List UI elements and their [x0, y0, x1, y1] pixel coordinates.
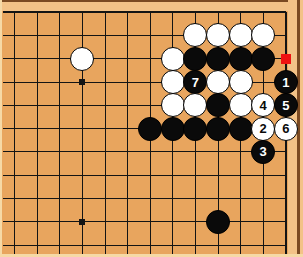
board-intersection [116, 117, 139, 140]
white-stone [70, 47, 94, 71]
board-intersection [229, 187, 252, 210]
board-intersection [252, 47, 275, 70]
board-intersection [162, 187, 185, 210]
board-intersection [3, 70, 26, 93]
move-number-label: 7 [192, 76, 199, 89]
black-stone [161, 117, 185, 141]
white-stone-move-4: 4 [251, 93, 275, 117]
black-stone [183, 47, 207, 71]
board-intersection [162, 70, 185, 93]
board-intersection [26, 164, 49, 187]
white-stone [161, 47, 185, 71]
move-number-label: 1 [282, 76, 289, 89]
black-stone [206, 47, 230, 71]
board-intersection [26, 187, 49, 210]
board-intersection [252, 24, 275, 47]
white-stone [206, 23, 230, 47]
board-intersection [94, 94, 117, 117]
board-intersection [49, 24, 72, 47]
board-intersection [49, 70, 72, 93]
board-frame-right-outer [300, 0, 303, 257]
board-intersection [71, 47, 94, 70]
board-intersection [3, 140, 26, 163]
board-intersection [71, 140, 94, 163]
board-intersection: 1 [275, 70, 298, 93]
black-stone [229, 117, 253, 141]
go-diagram: 7145263 [0, 0, 303, 257]
board-intersection [49, 117, 72, 140]
board-intersection [184, 47, 207, 70]
board-intersection [275, 140, 298, 163]
board-intersection [49, 94, 72, 117]
board-intersection [94, 140, 117, 163]
board-intersection [229, 117, 252, 140]
board-intersection [162, 210, 185, 233]
board-intersection [207, 47, 230, 70]
board-intersection [275, 47, 298, 70]
board-intersection [139, 94, 162, 117]
board-intersection [207, 164, 230, 187]
board-intersection: 2 [252, 117, 275, 140]
white-stone [229, 93, 253, 117]
board-intersection [49, 210, 72, 233]
board-intersection [49, 47, 72, 70]
board-intersection [229, 1, 252, 24]
board-intersection [26, 210, 49, 233]
move-number-label: 3 [260, 145, 267, 158]
board-intersection [207, 187, 230, 210]
board-intersection [94, 70, 117, 93]
board-intersection [139, 210, 162, 233]
white-stone [251, 23, 275, 47]
board-intersection [26, 47, 49, 70]
black-stone [206, 93, 230, 117]
star-point [79, 219, 85, 225]
board-intersection [71, 164, 94, 187]
board-intersection: 6 [275, 117, 298, 140]
black-stone [229, 47, 253, 71]
board-intersection [207, 1, 230, 24]
black-stone-move-7: 7 [183, 70, 207, 94]
board-intersection [184, 187, 207, 210]
board-intersection [252, 164, 275, 187]
board-intersection [139, 164, 162, 187]
board-intersection [71, 70, 94, 93]
board-intersection [94, 117, 117, 140]
board-intersection [184, 1, 207, 24]
board-intersection [207, 70, 230, 93]
board-intersection [26, 1, 49, 24]
board-intersection [252, 1, 275, 24]
board-intersection [26, 94, 49, 117]
board-intersection [3, 94, 26, 117]
board-intersection [207, 24, 230, 47]
board-intersection [162, 47, 185, 70]
black-stone [251, 47, 275, 71]
board-intersection [71, 187, 94, 210]
board-intersection [207, 117, 230, 140]
move-number-label: 5 [282, 99, 289, 112]
board-intersection [139, 70, 162, 93]
image-edge-left [0, 0, 2, 257]
board-intersection [139, 140, 162, 163]
board-intersection [162, 140, 185, 163]
black-stone [138, 117, 162, 141]
white-stone [161, 93, 185, 117]
black-stone [183, 117, 207, 141]
board-intersection [94, 210, 117, 233]
board-intersection [184, 24, 207, 47]
board-intersection [116, 94, 139, 117]
board-intersection [26, 117, 49, 140]
board-intersection [3, 187, 26, 210]
board-intersection [71, 24, 94, 47]
board-intersection [275, 24, 298, 47]
go-board-grid: 7145263 [3, 1, 297, 257]
board-intersection [116, 1, 139, 24]
board-intersection [94, 24, 117, 47]
board-intersection [49, 187, 72, 210]
white-stone [206, 70, 230, 94]
board-intersection [229, 140, 252, 163]
board-intersection [71, 94, 94, 117]
board-intersection [94, 187, 117, 210]
board-intersection [229, 47, 252, 70]
board-intersection [71, 210, 94, 233]
black-stone [206, 210, 230, 234]
board-intersection [94, 164, 117, 187]
board-intersection [162, 24, 185, 47]
board-intersection [229, 94, 252, 117]
board-intersection [116, 164, 139, 187]
board-intersection [3, 1, 26, 24]
board-intersection: 7 [184, 70, 207, 93]
board-intersection [229, 24, 252, 47]
board-intersection [162, 94, 185, 117]
board-intersection [275, 210, 298, 233]
board-intersection [3, 24, 26, 47]
white-stone-move-2: 2 [251, 117, 275, 141]
board-intersection [139, 24, 162, 47]
board-intersection [49, 140, 72, 163]
board-intersection [94, 47, 117, 70]
board-intersection [3, 117, 26, 140]
move-number-label: 2 [260, 122, 267, 135]
white-stone-move-6: 6 [274, 117, 298, 141]
board-intersection [26, 70, 49, 93]
board-intersection [184, 140, 207, 163]
board-intersection: 4 [252, 94, 275, 117]
board-intersection [207, 210, 230, 233]
board-intersection [162, 1, 185, 24]
board-intersection [3, 47, 26, 70]
board-intersection [139, 117, 162, 140]
board-intersection [116, 70, 139, 93]
red-square-marker [281, 54, 291, 64]
board-intersection [229, 164, 252, 187]
board-intersection [116, 47, 139, 70]
board-intersection [139, 47, 162, 70]
board-intersection [207, 140, 230, 163]
board-intersection [49, 1, 72, 24]
board-intersection: 3 [252, 140, 275, 163]
move-number-label: 4 [260, 99, 267, 112]
board-intersection [207, 94, 230, 117]
board-intersection [3, 210, 26, 233]
board-intersection [229, 70, 252, 93]
black-stone-move-1: 1 [274, 70, 298, 94]
board-intersection [184, 117, 207, 140]
board-intersection [26, 140, 49, 163]
white-stone [183, 93, 207, 117]
board-intersection [94, 1, 117, 24]
white-stone [229, 70, 253, 94]
board-intersection [252, 210, 275, 233]
board-intersection [139, 187, 162, 210]
board-intersection [116, 187, 139, 210]
board-intersection [116, 210, 139, 233]
white-stone [229, 23, 253, 47]
board-intersection [139, 1, 162, 24]
board-intersection [71, 117, 94, 140]
star-point [79, 79, 85, 85]
board-intersection [252, 187, 275, 210]
board-intersection [116, 24, 139, 47]
board-intersection: 5 [275, 94, 298, 117]
black-stone-move-5: 5 [274, 93, 298, 117]
white-stone [161, 70, 185, 94]
board-intersection [162, 117, 185, 140]
board-intersection [162, 164, 185, 187]
black-stone-move-3: 3 [251, 140, 275, 164]
board-intersection [275, 164, 298, 187]
board-intersection [275, 1, 298, 24]
board-intersection [116, 140, 139, 163]
black-stone [206, 117, 230, 141]
board-intersection [26, 24, 49, 47]
board-intersection [71, 1, 94, 24]
board-intersection [252, 70, 275, 93]
board-intersection [49, 164, 72, 187]
white-stone [183, 23, 207, 47]
board-intersection [184, 94, 207, 117]
board-intersection [229, 210, 252, 233]
board-intersection [184, 210, 207, 233]
move-number-label: 6 [282, 122, 289, 135]
board-intersection [184, 164, 207, 187]
board-intersection [3, 164, 26, 187]
board-intersection [275, 187, 298, 210]
